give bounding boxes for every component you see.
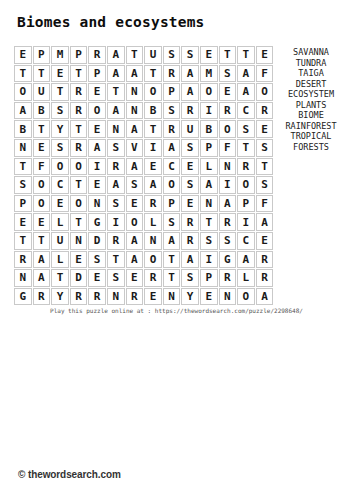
grid-cell: U bbox=[33, 83, 51, 101]
grid-cell: N bbox=[144, 232, 162, 250]
grid-cell: T bbox=[163, 251, 181, 269]
grid-cell: C bbox=[163, 158, 181, 176]
grid-cell: A bbox=[237, 65, 255, 83]
grid-cell: P bbox=[163, 83, 181, 101]
grid-cell: A bbox=[163, 232, 181, 250]
grid-cell: E bbox=[256, 232, 274, 250]
grid-cell: S bbox=[126, 176, 144, 194]
grid-cell: F bbox=[219, 139, 237, 157]
grid-cell: C bbox=[237, 102, 255, 120]
grid-cell: A bbox=[126, 65, 144, 83]
word-list-item: DESERT bbox=[279, 79, 343, 90]
grid-cell: Y bbox=[181, 288, 199, 306]
grid-cell: A bbox=[256, 288, 274, 306]
grid-cell: C bbox=[237, 232, 255, 250]
grid-cell: T bbox=[163, 269, 181, 287]
grid-cell: O bbox=[256, 83, 274, 101]
grid-cell: T bbox=[144, 65, 162, 83]
page-title: Biomes and ecosystems bbox=[17, 14, 205, 30]
grid-cell: S bbox=[181, 139, 199, 157]
grid-cell: G bbox=[219, 251, 237, 269]
grid-cell: R bbox=[70, 83, 88, 101]
grid-cell: R bbox=[181, 232, 199, 250]
grid-cell: O bbox=[200, 83, 218, 101]
grid-cell: E bbox=[219, 83, 237, 101]
grid-cell: R bbox=[88, 288, 106, 306]
grid-cell: R bbox=[256, 251, 274, 269]
word-list-item: PLANTS bbox=[279, 100, 343, 111]
grid-cell: O bbox=[237, 176, 255, 194]
grid-cell: N bbox=[126, 83, 144, 101]
grid-cell: T bbox=[200, 213, 218, 231]
word-list-item: SAVANNA bbox=[279, 47, 343, 58]
grid-cell: R bbox=[14, 251, 32, 269]
grid-cell: I bbox=[107, 213, 125, 231]
grid-cell: Y bbox=[51, 288, 69, 306]
grid-cell: O bbox=[126, 213, 144, 231]
grid-cell: E bbox=[256, 120, 274, 138]
grid-cell: A bbox=[219, 195, 237, 213]
grid-cell: U bbox=[181, 120, 199, 138]
grid-cell: B bbox=[144, 102, 162, 120]
puzzle-page: Biomes and ecosystems EPMPRATUSSETTETTET… bbox=[0, 0, 353, 500]
grid-cell: A bbox=[144, 176, 162, 194]
copyright-text: © thewordsearch.com bbox=[18, 469, 121, 480]
grid-cell: O bbox=[70, 158, 88, 176]
grid-cell: O bbox=[88, 102, 106, 120]
grid-cell: S bbox=[107, 139, 125, 157]
grid-cell: I bbox=[200, 102, 218, 120]
grid-cell: R bbox=[70, 139, 88, 157]
grid-cell: E bbox=[88, 269, 106, 287]
grid-cell: E bbox=[51, 65, 69, 83]
grid-cell: S bbox=[51, 102, 69, 120]
grid-cell: E bbox=[256, 46, 274, 64]
grid-cell: L bbox=[144, 213, 162, 231]
grid-cell: O bbox=[237, 288, 255, 306]
grid-cell: I bbox=[219, 176, 237, 194]
grid-cell: P bbox=[200, 269, 218, 287]
grid-cell: B bbox=[200, 120, 218, 138]
grid-cell: I bbox=[237, 213, 255, 231]
grid-cell: E bbox=[200, 288, 218, 306]
grid-cell: P bbox=[163, 195, 181, 213]
grid-cell: Y bbox=[51, 120, 69, 138]
grid-cell: E bbox=[88, 83, 106, 101]
grid-cell: N bbox=[70, 232, 88, 250]
grid-cell: E bbox=[51, 195, 69, 213]
grid-cell: S bbox=[200, 232, 218, 250]
grid-cell: T bbox=[70, 120, 88, 138]
grid-cell: O bbox=[163, 176, 181, 194]
grid-cell: O bbox=[219, 120, 237, 138]
grid-cell: T bbox=[256, 158, 274, 176]
word-list-item: FORESTS bbox=[279, 142, 343, 153]
grid-cell: O bbox=[33, 195, 51, 213]
grid-cell: A bbox=[107, 65, 125, 83]
grid-cell: D bbox=[70, 269, 88, 287]
grid-cell: R bbox=[70, 102, 88, 120]
grid-cell: R bbox=[181, 213, 199, 231]
grid-cell: R bbox=[237, 158, 255, 176]
grid-cell: R bbox=[107, 232, 125, 250]
grid-cell: A bbox=[181, 83, 199, 101]
word-list-item: TROPICAL bbox=[279, 131, 343, 142]
grid-cell: N bbox=[14, 139, 32, 157]
grid-cell: E bbox=[33, 139, 51, 157]
grid-cell: S bbox=[181, 46, 199, 64]
grid-cell: F bbox=[256, 65, 274, 83]
grid-cell: M bbox=[51, 46, 69, 64]
grid-cell: E bbox=[126, 269, 144, 287]
grid-cell: N bbox=[219, 158, 237, 176]
grid-cell: S bbox=[237, 120, 255, 138]
grid-cell: E bbox=[33, 213, 51, 231]
grid-cell: T bbox=[107, 83, 125, 101]
grid-cell: I bbox=[88, 158, 106, 176]
grid-cell: A bbox=[237, 251, 255, 269]
grid-cell: P bbox=[200, 139, 218, 157]
grid-cell: A bbox=[33, 251, 51, 269]
grid-cell: A bbox=[181, 65, 199, 83]
grid-cell: A bbox=[237, 83, 255, 101]
word-list: SAVANNATUNDRATAIGADESERTECOSYSTEMPLANTSB… bbox=[279, 47, 343, 152]
grid-cell: N bbox=[107, 288, 125, 306]
grid-cell: A bbox=[33, 269, 51, 287]
grid-cell: E bbox=[200, 46, 218, 64]
grid-cell: P bbox=[70, 46, 88, 64]
grid-cell: N bbox=[163, 288, 181, 306]
grid-cell: L bbox=[51, 251, 69, 269]
word-list-item: ECOSYSTEM bbox=[279, 89, 343, 100]
grid-cell: S bbox=[51, 139, 69, 157]
grid-cell: B bbox=[33, 102, 51, 120]
grid-cell: A bbox=[107, 102, 125, 120]
grid-cell: A bbox=[126, 120, 144, 138]
grid-cell: F bbox=[256, 195, 274, 213]
grid-cell: A bbox=[88, 139, 106, 157]
grid-cell: R bbox=[163, 65, 181, 83]
grid-cell: E bbox=[144, 288, 162, 306]
grid-cell: E bbox=[88, 120, 106, 138]
grid-cell: T bbox=[33, 120, 51, 138]
word-list-item: TAIGA bbox=[279, 68, 343, 79]
grid-cell: E bbox=[14, 46, 32, 64]
grid-cell: S bbox=[181, 269, 199, 287]
grid-cell: T bbox=[51, 269, 69, 287]
grid-cell: R bbox=[126, 288, 144, 306]
word-list-item: BIOME bbox=[279, 110, 343, 121]
grid-cell: A bbox=[126, 158, 144, 176]
word-list-item: RAINFOREST bbox=[279, 121, 343, 132]
grid-cell: L bbox=[237, 269, 255, 287]
grid-cell: L bbox=[51, 213, 69, 231]
grid-cell: N bbox=[200, 195, 218, 213]
grid-cell: S bbox=[88, 251, 106, 269]
grid-cell: S bbox=[219, 65, 237, 83]
grid-cell: S bbox=[107, 195, 125, 213]
grid-cell: U bbox=[51, 232, 69, 250]
grid-cell: A bbox=[181, 251, 199, 269]
grid-cell: A bbox=[200, 176, 218, 194]
grid-cell: O bbox=[144, 83, 162, 101]
grid-cell: U bbox=[144, 46, 162, 64]
grid-cell: C bbox=[51, 176, 69, 194]
grid-cell: E bbox=[144, 158, 162, 176]
grid-cell: T bbox=[33, 232, 51, 250]
grid-cell: O bbox=[144, 251, 162, 269]
grid-cell: R bbox=[144, 195, 162, 213]
grid-cell: G bbox=[88, 213, 106, 231]
grid-cell: B bbox=[14, 120, 32, 138]
grid-cell: N bbox=[219, 288, 237, 306]
grid-cell: S bbox=[181, 176, 199, 194]
grid-cell: R bbox=[144, 269, 162, 287]
grid-cell: R bbox=[219, 213, 237, 231]
grid-cell: I bbox=[144, 139, 162, 157]
grid-cell: L bbox=[200, 158, 218, 176]
grid-cell: S bbox=[163, 102, 181, 120]
grid-cell: A bbox=[256, 213, 274, 231]
grid-cell: R bbox=[219, 269, 237, 287]
grid-cell: R bbox=[181, 102, 199, 120]
grid-cell: S bbox=[256, 139, 274, 157]
grid-cell: T bbox=[70, 176, 88, 194]
grid-cell: R bbox=[33, 288, 51, 306]
grid-cell: G bbox=[14, 288, 32, 306]
grid-cell: N bbox=[107, 120, 125, 138]
grid-cell: A bbox=[14, 102, 32, 120]
grid-cell: R bbox=[88, 46, 106, 64]
grid-cell: S bbox=[14, 176, 32, 194]
grid-cell: T bbox=[219, 46, 237, 64]
grid-cell: T bbox=[70, 213, 88, 231]
grid-cell: N bbox=[14, 269, 32, 287]
wordsearch-grid: EPMPRATUSSETTETTETPAATRAMSAFOUTRETNOPAOE… bbox=[14, 46, 273, 305]
grid-cell: P bbox=[33, 46, 51, 64]
grid-cell: S bbox=[256, 176, 274, 194]
grid-cell: E bbox=[14, 213, 32, 231]
grid-cell: O bbox=[14, 83, 32, 101]
grid-cell: O bbox=[33, 176, 51, 194]
grid-cell: S bbox=[219, 232, 237, 250]
grid-cell: T bbox=[107, 251, 125, 269]
word-list-item: TUNDRA bbox=[279, 58, 343, 69]
grid-cell: E bbox=[70, 251, 88, 269]
grid-cell: A bbox=[163, 139, 181, 157]
grid-cell: N bbox=[126, 102, 144, 120]
grid-cell: P bbox=[237, 195, 255, 213]
play-online-text: Play this puzzle online at : https://the… bbox=[0, 307, 353, 314]
grid-cell: E bbox=[181, 158, 199, 176]
grid-cell: A bbox=[107, 46, 125, 64]
grid-cell: R bbox=[219, 102, 237, 120]
grid-cell: O bbox=[70, 195, 88, 213]
grid-cell: A bbox=[126, 251, 144, 269]
grid-cell: T bbox=[144, 120, 162, 138]
grid-cell: R bbox=[107, 158, 125, 176]
grid-cell: P bbox=[14, 195, 32, 213]
grid-cell: T bbox=[14, 232, 32, 250]
grid-cell: T bbox=[237, 139, 255, 157]
grid-cell: S bbox=[163, 46, 181, 64]
grid-cell: T bbox=[14, 158, 32, 176]
grid-cell: E bbox=[181, 195, 199, 213]
grid-cell: E bbox=[126, 195, 144, 213]
grid-cell: T bbox=[14, 65, 32, 83]
grid-cell: A bbox=[107, 176, 125, 194]
grid-cell: T bbox=[70, 65, 88, 83]
grid-cell: V bbox=[126, 139, 144, 157]
grid-cell: I bbox=[200, 251, 218, 269]
grid-cell: T bbox=[126, 46, 144, 64]
grid-cell: R bbox=[70, 288, 88, 306]
grid-cell: E bbox=[88, 176, 106, 194]
grid-cell: S bbox=[163, 213, 181, 231]
grid-cell: N bbox=[88, 195, 106, 213]
grid-cell: R bbox=[256, 102, 274, 120]
grid-cell: O bbox=[51, 158, 69, 176]
grid-cell: T bbox=[51, 83, 69, 101]
grid-cell: F bbox=[33, 158, 51, 176]
grid-cell: D bbox=[88, 232, 106, 250]
grid-cell: P bbox=[88, 65, 106, 83]
grid-cell: T bbox=[33, 65, 51, 83]
grid-cell: A bbox=[126, 232, 144, 250]
grid-cell: M bbox=[200, 65, 218, 83]
grid-cell: T bbox=[237, 46, 255, 64]
grid-cell: S bbox=[107, 269, 125, 287]
grid-cell: R bbox=[163, 120, 181, 138]
grid-cell: R bbox=[256, 269, 274, 287]
